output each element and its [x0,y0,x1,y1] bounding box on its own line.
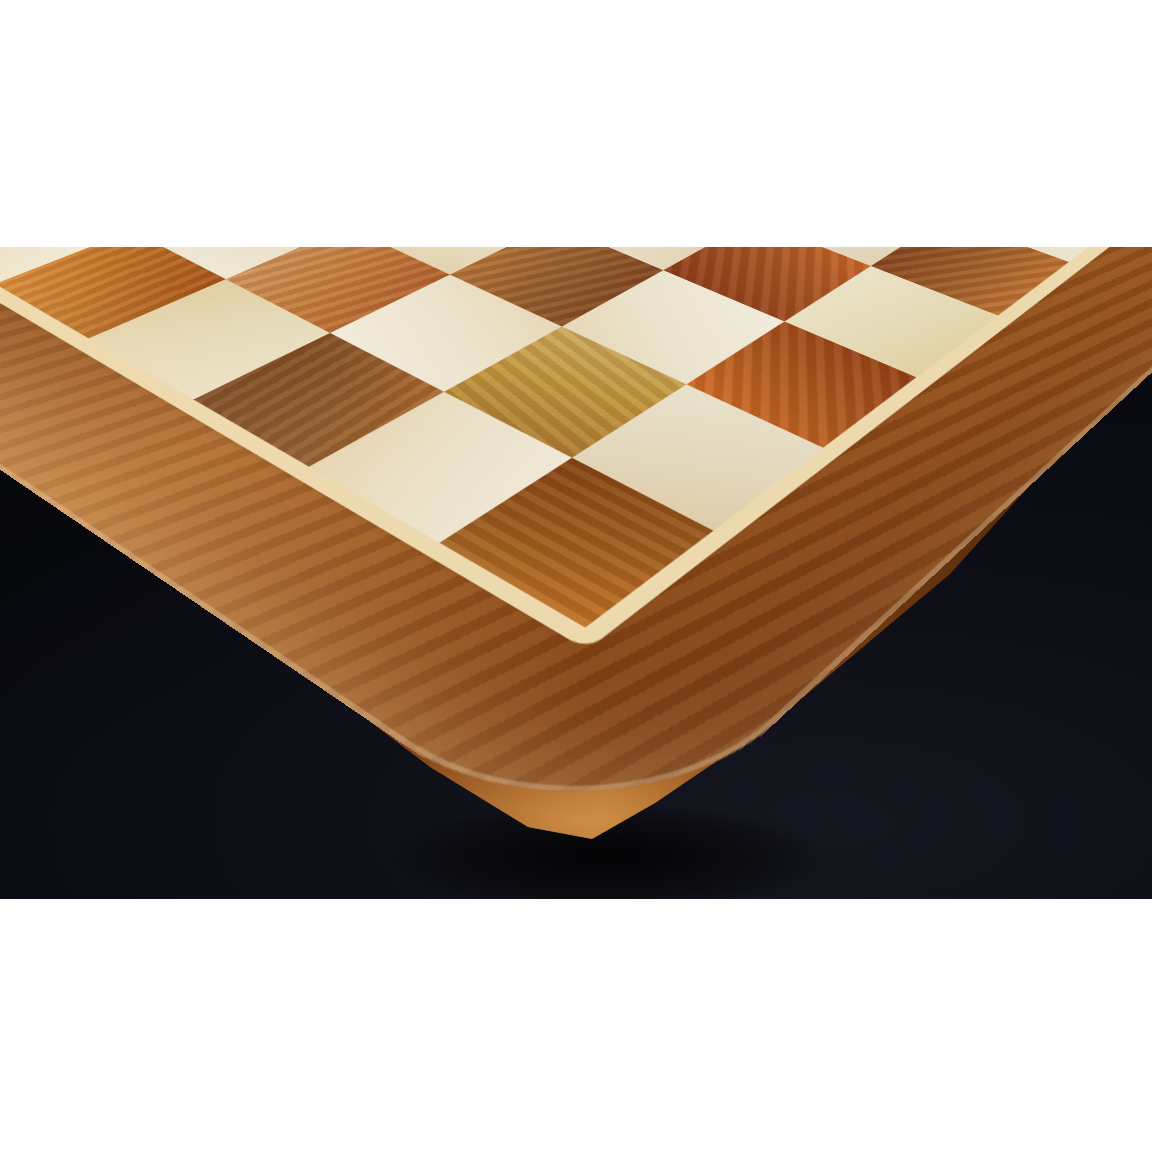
squares-grid [0,247,1152,628]
photo-area [0,247,1152,899]
letterbox-bottom [0,899,1152,1152]
letterbox-top [0,0,1152,247]
chessboard [0,247,1152,881]
screenshot-root [0,0,1152,1152]
